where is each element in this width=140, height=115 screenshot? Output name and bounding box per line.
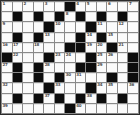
black-cell — [44, 53, 54, 62]
white-cell[interactable] — [65, 83, 75, 92]
white-cell[interactable]: 19 — [86, 43, 96, 52]
black-cell — [107, 43, 117, 52]
white-cell[interactable] — [55, 2, 65, 11]
clue-number: 4 — [76, 2, 78, 6]
black-cell — [76, 94, 86, 103]
white-cell[interactable] — [118, 104, 128, 113]
white-cell[interactable]: 35 — [107, 83, 117, 92]
white-cell[interactable] — [107, 22, 117, 31]
clue-number: 29 — [97, 63, 102, 67]
clue-number: 6 — [108, 2, 110, 6]
white-cell[interactable] — [34, 83, 44, 92]
clue-number: 7 — [129, 2, 131, 6]
white-cell[interactable]: 10 — [55, 22, 65, 31]
white-cell[interactable]: 16 — [2, 43, 12, 52]
white-cell[interactable] — [55, 104, 65, 113]
white-cell[interactable] — [118, 2, 128, 11]
white-cell[interactable] — [23, 22, 33, 31]
white-cell[interactable]: 27 — [2, 63, 12, 72]
white-cell[interactable] — [107, 104, 117, 113]
white-cell[interactable]: 5 — [86, 2, 96, 11]
clue-number: 25 — [97, 53, 102, 57]
crossword-grid: 1234567891011121314151617181920212223242… — [0, 0, 140, 115]
clue-number: 39 — [3, 104, 8, 108]
white-cell[interactable] — [44, 104, 54, 113]
clue-number: 13 — [45, 33, 50, 37]
black-cell — [97, 94, 107, 103]
clue-number: 37 — [45, 94, 50, 98]
black-cell — [86, 83, 96, 92]
white-cell[interactable] — [86, 12, 96, 21]
black-cell — [76, 12, 86, 21]
black-cell — [128, 73, 138, 82]
black-cell — [55, 12, 65, 21]
black-cell — [34, 94, 44, 103]
white-cell[interactable] — [76, 53, 86, 62]
clue-number: 40 — [76, 104, 81, 108]
white-cell[interactable] — [118, 33, 128, 42]
clue-number: 15 — [108, 33, 113, 37]
white-cell[interactable] — [13, 83, 23, 92]
clue-number: 10 — [55, 22, 60, 26]
white-cell[interactable] — [86, 104, 96, 113]
clue-number: 1 — [3, 2, 5, 6]
clue-number: 20 — [97, 43, 102, 47]
black-cell — [34, 63, 44, 72]
white-cell[interactable] — [44, 12, 54, 21]
black-cell — [13, 63, 23, 72]
clue-number: 23 — [55, 53, 60, 57]
white-cell[interactable] — [55, 63, 65, 72]
white-cell[interactable] — [23, 53, 33, 62]
black-cell — [128, 63, 138, 72]
black-cell — [76, 33, 86, 42]
white-cell[interactable] — [107, 94, 117, 103]
clue-number: 8 — [66, 12, 68, 16]
white-cell[interactable] — [13, 2, 23, 11]
white-cell[interactable] — [128, 22, 138, 31]
white-cell[interactable]: 30 — [65, 73, 75, 82]
clue-number: 16 — [3, 43, 8, 47]
white-cell[interactable]: 21 — [118, 43, 128, 52]
white-cell[interactable]: 36 — [128, 83, 138, 92]
white-cell[interactable] — [76, 83, 86, 92]
white-cell[interactable] — [34, 53, 44, 62]
white-cell[interactable] — [118, 73, 128, 82]
black-cell — [76, 43, 86, 52]
white-cell[interactable] — [128, 94, 138, 103]
black-cell — [34, 73, 44, 82]
white-cell[interactable] — [76, 22, 86, 31]
white-cell[interactable]: 22 — [13, 53, 23, 62]
clue-number: 21 — [118, 43, 123, 47]
white-cell[interactable] — [128, 43, 138, 52]
white-cell[interactable]: 32 — [2, 83, 12, 92]
black-cell — [34, 12, 44, 21]
white-cell[interactable] — [13, 104, 23, 113]
white-cell[interactable]: 2 — [23, 2, 33, 11]
clue-number: 38 — [87, 94, 92, 98]
black-cell — [13, 12, 23, 21]
black-cell — [55, 94, 65, 103]
white-cell[interactable]: 7 — [128, 2, 138, 11]
white-cell[interactable] — [97, 104, 107, 113]
white-cell[interactable] — [2, 33, 12, 42]
clue-number: 34 — [97, 83, 102, 87]
white-cell[interactable] — [23, 73, 33, 82]
black-cell — [86, 22, 96, 31]
white-cell[interactable]: 3 — [44, 2, 54, 11]
black-cell — [44, 83, 54, 92]
white-cell[interactable] — [107, 12, 117, 21]
white-cell[interactable] — [23, 12, 33, 21]
white-cell[interactable]: 25 — [97, 53, 107, 62]
white-cell[interactable]: 11 — [97, 22, 107, 31]
black-cell — [86, 53, 96, 62]
white-cell[interactable]: 9 — [2, 22, 12, 31]
white-cell[interactable] — [34, 22, 44, 31]
black-cell — [76, 63, 86, 72]
white-cell[interactable]: 37 — [44, 94, 54, 103]
black-cell — [13, 94, 23, 103]
clue-number: 26 — [108, 53, 113, 57]
white-cell[interactable]: 38 — [86, 94, 96, 103]
white-cell[interactable] — [97, 2, 107, 11]
clue-number: 14 — [87, 33, 92, 37]
clue-number: 24 — [66, 53, 71, 57]
white-cell[interactable] — [23, 63, 33, 72]
white-cell[interactable]: 40 — [76, 104, 86, 113]
clue-number: 2 — [24, 2, 26, 6]
white-cell[interactable] — [118, 63, 128, 72]
white-cell[interactable] — [107, 63, 117, 72]
black-cell — [65, 2, 75, 11]
black-cell — [44, 22, 54, 31]
white-cell[interactable] — [128, 33, 138, 42]
clue-number: 12 — [118, 22, 123, 26]
black-cell — [2, 53, 12, 62]
white-cell[interactable] — [34, 2, 44, 11]
clue-number: 35 — [108, 83, 113, 87]
white-cell[interactable]: 39 — [2, 104, 12, 113]
white-cell[interactable]: 29 — [97, 63, 107, 72]
clue-number: 30 — [66, 73, 71, 77]
white-cell[interactable] — [65, 63, 75, 72]
white-cell[interactable]: 31 — [76, 73, 86, 82]
white-cell[interactable]: 23 — [55, 53, 65, 62]
white-cell[interactable] — [65, 22, 75, 31]
white-cell[interactable]: 1 — [2, 2, 12, 11]
clue-number: 17 — [13, 43, 18, 47]
white-cell[interactable] — [65, 94, 75, 103]
white-cell[interactable] — [55, 43, 65, 52]
white-cell[interactable]: 13 — [44, 33, 54, 42]
white-cell[interactable]: 33 — [55, 83, 65, 92]
black-cell — [55, 73, 65, 82]
white-cell[interactable] — [34, 104, 44, 113]
white-cell[interactable] — [65, 33, 75, 42]
clue-number: 22 — [13, 53, 18, 57]
white-cell[interactable] — [128, 12, 138, 21]
black-cell — [128, 53, 138, 62]
white-cell[interactable]: 8 — [65, 12, 75, 21]
black-cell — [118, 12, 128, 21]
clue-number: 11 — [97, 22, 102, 26]
white-cell[interactable] — [2, 73, 12, 82]
white-cell[interactable]: 6 — [107, 2, 117, 11]
white-cell[interactable] — [23, 104, 33, 113]
white-cell[interactable] — [23, 94, 33, 103]
white-cell[interactable] — [97, 73, 107, 82]
white-cell[interactable] — [2, 12, 12, 21]
white-cell[interactable] — [44, 73, 54, 82]
black-cell — [107, 73, 117, 82]
clue-number: 3 — [45, 2, 47, 6]
black-cell — [13, 73, 23, 82]
white-cell[interactable]: 26 — [107, 53, 117, 62]
white-cell[interactable]: 17 — [13, 43, 23, 52]
white-cell[interactable] — [118, 53, 128, 62]
white-cell[interactable] — [23, 33, 33, 42]
clue-number: 32 — [3, 83, 8, 87]
white-cell[interactable] — [13, 22, 23, 31]
white-cell[interactable] — [118, 83, 128, 92]
clue-number: 27 — [3, 63, 8, 67]
white-cell[interactable]: 4 — [76, 2, 86, 11]
clue-number: 19 — [87, 43, 92, 47]
black-cell — [13, 33, 23, 42]
white-cell[interactable]: 15 — [107, 33, 117, 42]
white-cell[interactable]: 34 — [97, 83, 107, 92]
clue-number: 5 — [87, 2, 89, 6]
white-cell[interactable] — [23, 83, 33, 92]
black-cell — [118, 94, 128, 103]
white-cell[interactable]: 18 — [34, 43, 44, 52]
clue-number: 9 — [3, 22, 5, 26]
clue-number: 33 — [55, 83, 60, 87]
clue-number: 31 — [76, 73, 81, 77]
black-cell — [65, 43, 75, 52]
white-cell[interactable] — [44, 43, 54, 52]
white-cell[interactable] — [2, 94, 12, 103]
black-cell — [97, 12, 107, 21]
white-cell[interactable]: 28 — [44, 63, 54, 72]
clue-number: 36 — [129, 83, 134, 87]
white-cell[interactable]: 20 — [97, 43, 107, 52]
clue-number: 28 — [45, 63, 50, 67]
white-cell[interactable]: 24 — [65, 53, 75, 62]
white-cell[interactable] — [23, 43, 33, 52]
black-cell — [34, 33, 44, 42]
white-cell[interactable]: 14 — [86, 33, 96, 42]
black-cell — [86, 63, 96, 72]
white-cell[interactable]: 12 — [118, 22, 128, 31]
white-cell[interactable] — [55, 33, 65, 42]
clue-number: 18 — [34, 43, 39, 47]
white-cell[interactable] — [128, 104, 138, 113]
black-cell — [65, 104, 75, 113]
white-cell[interactable] — [86, 73, 96, 82]
black-cell — [97, 33, 107, 42]
